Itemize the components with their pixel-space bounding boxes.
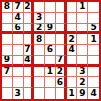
cell-r2c7[interactable] [67, 13, 78, 24]
cell-r6c4[interactable] [34, 56, 45, 67]
cell-r1c9[interactable] [88, 2, 99, 13]
cell-r2c6[interactable] [56, 13, 67, 24]
cell-r6c8[interactable] [77, 56, 88, 67]
cell-r3c6[interactable] [56, 24, 67, 35]
cell-r7c1-given: 7 [2, 67, 13, 78]
cell-r8c9[interactable] [88, 77, 99, 88]
cell-r9c2-given: 3 [13, 88, 24, 99]
cell-r6c2[interactable] [13, 56, 24, 67]
cell-r2c5[interactable] [45, 13, 56, 24]
cell-r5c9[interactable] [88, 45, 99, 56]
cell-r1c8-given: 1 [77, 2, 88, 13]
cell-r1c2-given: 7 [13, 2, 24, 13]
cell-r7c4[interactable] [34, 67, 45, 78]
cell-r4c1[interactable] [2, 34, 13, 45]
cell-r9c8-given: 9 [77, 88, 88, 99]
cell-r1c1-given: 8 [2, 2, 13, 13]
cell-r7c7[interactable] [67, 67, 78, 78]
cell-r2c8[interactable] [77, 13, 88, 24]
cell-r5c8[interactable] [77, 45, 88, 56]
cell-r3c5-given: 9 [45, 24, 56, 35]
cell-r5c4[interactable] [34, 45, 45, 56]
cell-r3c2-given: 6 [13, 24, 24, 35]
cell-r3c7[interactable] [67, 24, 78, 35]
cell-r2c4-given: 3 [34, 13, 45, 24]
cell-r7c6-given: 2 [56, 67, 67, 78]
cell-r9c7-given: 1 [67, 88, 78, 99]
cell-r1c7[interactable] [67, 2, 78, 13]
cell-r6c5[interactable] [45, 56, 56, 67]
cell-r5c6[interactable] [56, 45, 67, 56]
cell-r4c7-given: 2 [67, 34, 78, 45]
cell-r2c3[interactable] [24, 13, 35, 24]
cell-r9c9-given: 4 [88, 88, 99, 99]
cell-r5c7-given: 4 [67, 45, 78, 56]
cell-r6c1-given: 9 [2, 56, 13, 67]
cell-r1c3-given: 2 [24, 2, 35, 13]
cell-r7c9[interactable] [88, 67, 99, 78]
cell-r2c1[interactable] [2, 13, 13, 24]
cell-r5c5-given: 6 [45, 45, 56, 56]
cell-r9c3[interactable] [24, 88, 35, 99]
cell-r4c9-given: 1 [88, 34, 99, 45]
cell-r2c9[interactable] [88, 13, 99, 24]
cell-r6c6-given: 7 [56, 56, 67, 67]
cell-r5c1[interactable] [2, 45, 13, 56]
cell-r7c8-given: 3 [77, 67, 88, 78]
cell-r4c5[interactable] [45, 34, 56, 45]
cell-r3c9-given: 5 [88, 24, 99, 35]
cell-r7c3[interactable] [24, 67, 35, 78]
cell-r7c2[interactable] [13, 67, 24, 78]
cell-r4c3[interactable] [24, 34, 35, 45]
cell-r5c3-given: 7 [24, 45, 35, 56]
cell-r9c1[interactable] [2, 88, 13, 99]
cell-r4c6[interactable] [56, 34, 67, 45]
cell-r8c2[interactable] [13, 77, 24, 88]
cell-r4c2[interactable] [13, 34, 24, 45]
cell-r5c2[interactable] [13, 45, 24, 56]
cell-r1c4[interactable] [34, 2, 45, 13]
sudoku-board: 87214362958217649477123623194 [0, 0, 101, 101]
cell-r3c8[interactable] [77, 24, 88, 35]
cell-r8c3[interactable] [24, 77, 35, 88]
cell-r8c6-given: 6 [56, 77, 67, 88]
cell-r3c3[interactable] [24, 24, 35, 35]
cell-r4c8[interactable] [77, 34, 88, 45]
cell-r9c5[interactable] [45, 88, 56, 99]
cell-r3c4-given: 2 [34, 24, 45, 35]
cell-r7c5-given: 1 [45, 67, 56, 78]
cell-r2c2-given: 4 [13, 13, 24, 24]
cell-r1c5[interactable] [45, 2, 56, 13]
cell-r9c6[interactable] [56, 88, 67, 99]
cell-r8c8-given: 2 [77, 77, 88, 88]
cell-r1c6[interactable] [56, 2, 67, 13]
cell-r6c3-given: 4 [24, 56, 35, 67]
cell-r8c4[interactable] [34, 77, 45, 88]
cell-r8c7[interactable] [67, 77, 78, 88]
cell-r6c7[interactable] [67, 56, 78, 67]
cell-r4c4-given: 8 [34, 34, 45, 45]
cell-r3c1[interactable] [2, 24, 13, 35]
cell-r8c1[interactable] [2, 77, 13, 88]
cell-r8c5[interactable] [45, 77, 56, 88]
cell-r9c4[interactable] [34, 88, 45, 99]
cell-r6c9[interactable] [88, 56, 99, 67]
